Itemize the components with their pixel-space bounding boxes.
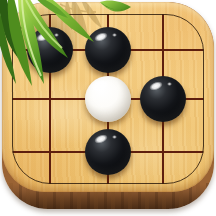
black-stone (85, 27, 131, 73)
black-stone (140, 76, 186, 122)
black-stone (85, 129, 131, 175)
black-stone (27, 27, 73, 73)
stones-layer (2, 2, 214, 209)
white-stone (85, 76, 131, 122)
app-icon-canvas (0, 0, 216, 216)
go-app-icon[interactable] (2, 2, 214, 209)
